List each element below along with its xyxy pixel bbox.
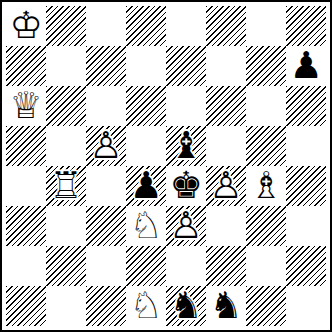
piece-glyph: ♚ bbox=[166, 166, 206, 206]
piece-outline-layer: ♘ bbox=[126, 206, 166, 246]
square-d1[interactable]: ♞♘ bbox=[126, 286, 166, 326]
chess-board: ♚♔♟♛♕♟♙♝♜♖♟♚♟♙♝♗♞♘♟♙♞♘♞♞ bbox=[6, 6, 326, 326]
piece-outline-layer: ♙ bbox=[166, 206, 206, 246]
square-e2[interactable] bbox=[166, 246, 206, 286]
piece-white-bishop-g4: ♝♗ bbox=[246, 166, 286, 206]
piece-black-pawn-h7: ♟ bbox=[286, 46, 326, 86]
square-b4[interactable]: ♜♖ bbox=[46, 166, 86, 206]
square-d5[interactable] bbox=[126, 126, 166, 166]
square-d4[interactable]: ♟ bbox=[126, 166, 166, 206]
piece-outline-layer: ♔ bbox=[6, 6, 46, 46]
square-d2[interactable] bbox=[126, 246, 166, 286]
square-a2[interactable] bbox=[6, 246, 46, 286]
piece-glyph: ♞ bbox=[166, 286, 206, 326]
square-g4[interactable]: ♝♗ bbox=[246, 166, 286, 206]
square-e6[interactable] bbox=[166, 86, 206, 126]
piece-glyph: ♟ bbox=[126, 166, 166, 206]
square-h3[interactable] bbox=[286, 206, 326, 246]
chess-diagram-frame: ♚♔♟♛♕♟♙♝♜♖♟♚♟♙♝♗♞♘♟♙♞♘♞♞ bbox=[0, 0, 332, 332]
square-g5[interactable] bbox=[246, 126, 286, 166]
square-h5[interactable] bbox=[286, 126, 326, 166]
square-f5[interactable] bbox=[206, 126, 246, 166]
square-f3[interactable] bbox=[206, 206, 246, 246]
square-b7[interactable] bbox=[46, 46, 86, 86]
piece-white-pawn-c5: ♟♙ bbox=[86, 126, 126, 166]
square-e1[interactable]: ♞ bbox=[166, 286, 206, 326]
piece-glyph: ♝ bbox=[166, 126, 206, 166]
piece-glyph: ♞ bbox=[206, 286, 246, 326]
square-b6[interactable] bbox=[46, 86, 86, 126]
square-a3[interactable] bbox=[6, 206, 46, 246]
square-e7[interactable] bbox=[166, 46, 206, 86]
square-g2[interactable] bbox=[246, 246, 286, 286]
piece-glyph: ♟ bbox=[286, 46, 326, 86]
piece-black-king-e4: ♚ bbox=[166, 166, 206, 206]
square-h2[interactable] bbox=[286, 246, 326, 286]
square-h8[interactable] bbox=[286, 6, 326, 46]
square-h4[interactable] bbox=[286, 166, 326, 206]
piece-outline-layer: ♕ bbox=[6, 86, 46, 126]
piece-outline-layer: ♘ bbox=[126, 286, 166, 326]
piece-outline-layer: ♙ bbox=[86, 126, 126, 166]
piece-outline-layer: ♖ bbox=[46, 166, 86, 206]
square-c4[interactable] bbox=[86, 166, 126, 206]
square-g3[interactable] bbox=[246, 206, 286, 246]
piece-white-queen-a6: ♛♕ bbox=[6, 86, 46, 126]
square-f1[interactable]: ♞ bbox=[206, 286, 246, 326]
square-c7[interactable] bbox=[86, 46, 126, 86]
square-f2[interactable] bbox=[206, 246, 246, 286]
square-h6[interactable] bbox=[286, 86, 326, 126]
square-g7[interactable] bbox=[246, 46, 286, 86]
square-f6[interactable] bbox=[206, 86, 246, 126]
square-g1[interactable] bbox=[246, 286, 286, 326]
square-a1[interactable] bbox=[6, 286, 46, 326]
square-g8[interactable] bbox=[246, 6, 286, 46]
square-f4[interactable]: ♟♙ bbox=[206, 166, 246, 206]
square-b1[interactable] bbox=[46, 286, 86, 326]
piece-white-knight-d1: ♞♘ bbox=[126, 286, 166, 326]
square-a6[interactable]: ♛♕ bbox=[6, 86, 46, 126]
piece-white-king-a8: ♚♔ bbox=[6, 6, 46, 46]
square-e5[interactable]: ♝ bbox=[166, 126, 206, 166]
piece-black-pawn-d4: ♟ bbox=[126, 166, 166, 206]
square-d3[interactable]: ♞♘ bbox=[126, 206, 166, 246]
piece-outline-layer: ♗ bbox=[246, 166, 286, 206]
piece-outline-layer: ♙ bbox=[206, 166, 246, 206]
piece-white-knight-d3: ♞♘ bbox=[126, 206, 166, 246]
square-d7[interactable] bbox=[126, 46, 166, 86]
square-c5[interactable]: ♟♙ bbox=[86, 126, 126, 166]
square-c3[interactable] bbox=[86, 206, 126, 246]
square-h1[interactable] bbox=[286, 286, 326, 326]
square-a4[interactable] bbox=[6, 166, 46, 206]
square-e3[interactable]: ♟♙ bbox=[166, 206, 206, 246]
square-b5[interactable] bbox=[46, 126, 86, 166]
square-c6[interactable] bbox=[86, 86, 126, 126]
square-a7[interactable] bbox=[6, 46, 46, 86]
square-f7[interactable] bbox=[206, 46, 246, 86]
square-a5[interactable] bbox=[6, 126, 46, 166]
square-e4[interactable]: ♚ bbox=[166, 166, 206, 206]
square-d6[interactable] bbox=[126, 86, 166, 126]
square-c8[interactable] bbox=[86, 6, 126, 46]
square-g6[interactable] bbox=[246, 86, 286, 126]
piece-black-bishop-e5: ♝ bbox=[166, 126, 206, 166]
square-b3[interactable] bbox=[46, 206, 86, 246]
piece-black-knight-f1: ♞ bbox=[206, 286, 246, 326]
piece-white-pawn-f4: ♟♙ bbox=[206, 166, 246, 206]
square-b2[interactable] bbox=[46, 246, 86, 286]
piece-black-knight-e1: ♞ bbox=[166, 286, 206, 326]
square-h7[interactable]: ♟ bbox=[286, 46, 326, 86]
square-e8[interactable] bbox=[166, 6, 206, 46]
square-c2[interactable] bbox=[86, 246, 126, 286]
square-c1[interactable] bbox=[86, 286, 126, 326]
piece-white-rook-b4: ♜♖ bbox=[46, 166, 86, 206]
square-b8[interactable] bbox=[46, 6, 86, 46]
square-a8[interactable]: ♚♔ bbox=[6, 6, 46, 46]
square-f8[interactable] bbox=[206, 6, 246, 46]
square-d8[interactable] bbox=[126, 6, 166, 46]
piece-white-pawn-e3: ♟♙ bbox=[166, 206, 206, 246]
